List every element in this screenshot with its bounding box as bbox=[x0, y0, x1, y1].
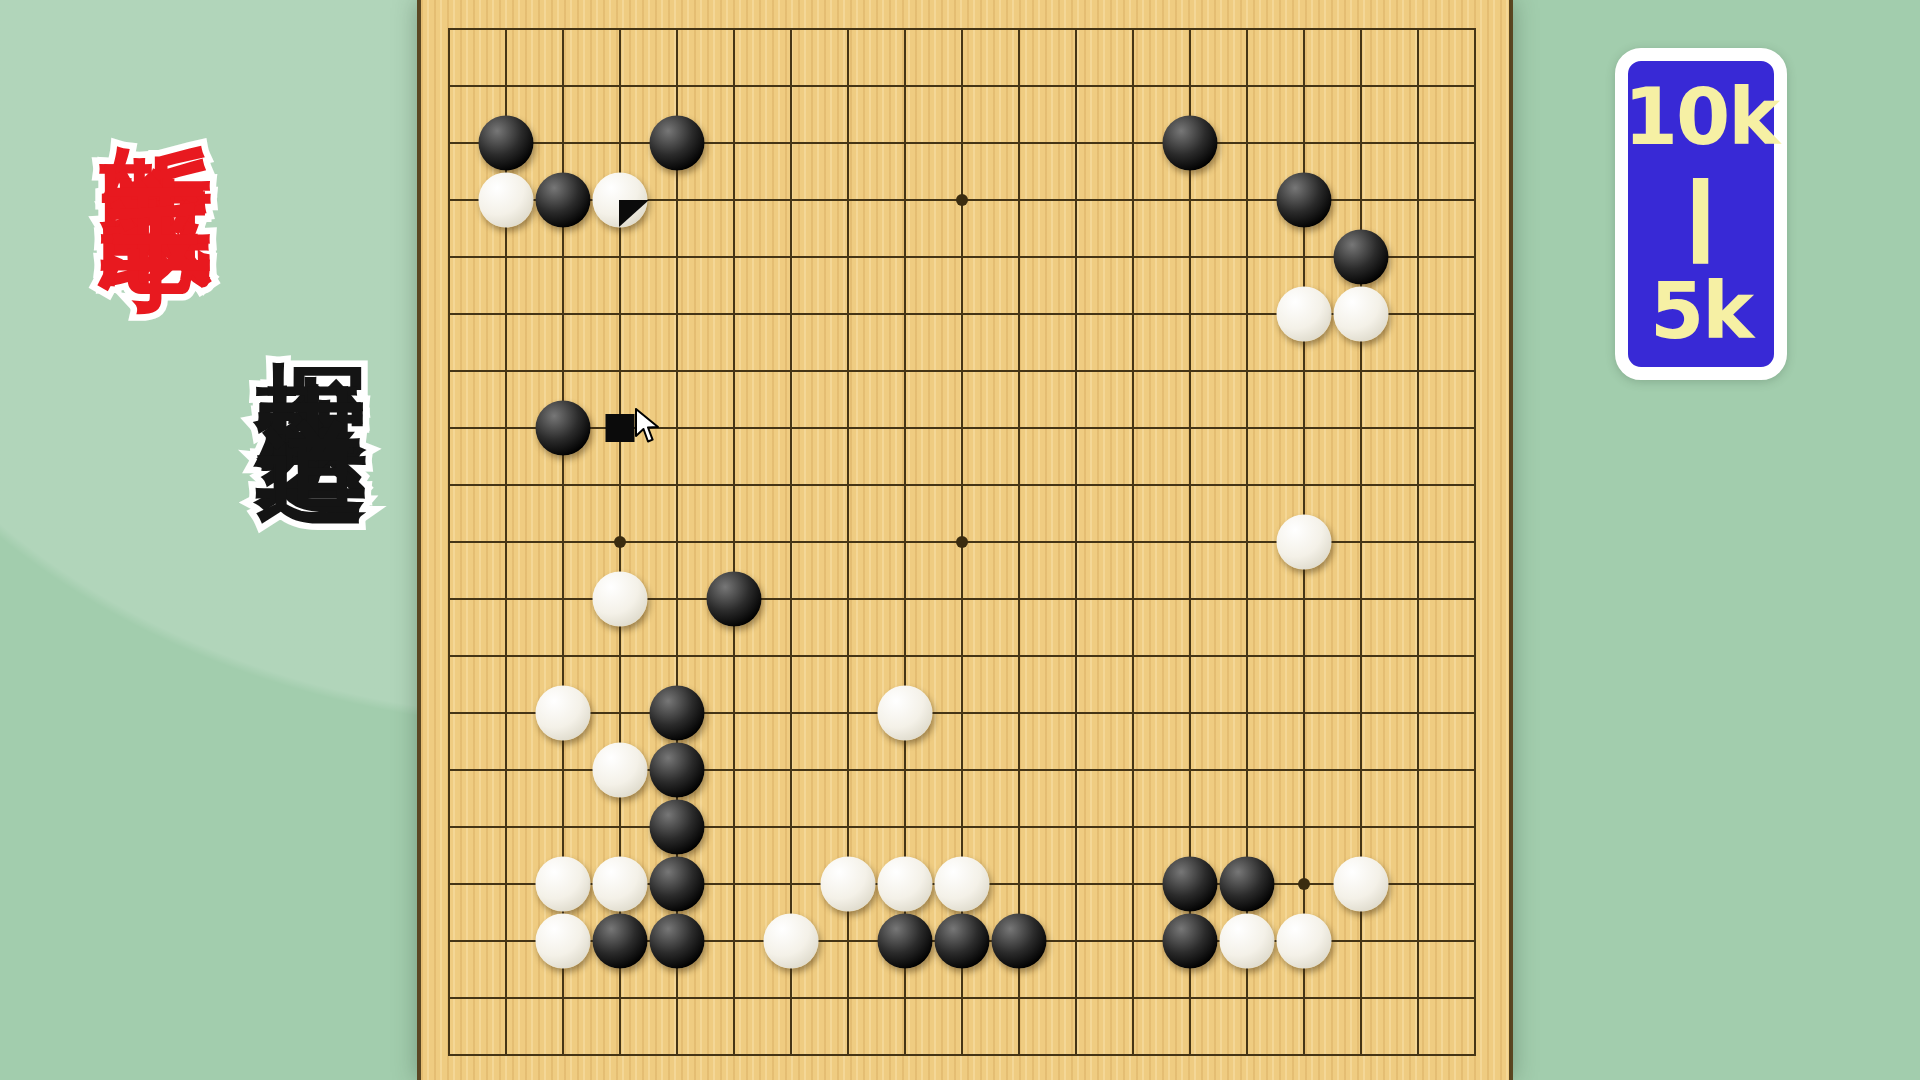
black-stone[interactable]: ● bbox=[935, 914, 990, 969]
star-point bbox=[956, 194, 968, 206]
black-stone[interactable]: ● bbox=[650, 686, 705, 741]
left-banner-text: 斩断实战恶手 bbox=[88, 54, 228, 120]
black-stone[interactable]: ● bbox=[1163, 116, 1218, 171]
white-stone[interactable]: ○ bbox=[536, 686, 591, 741]
black-stone[interactable]: ● bbox=[1163, 914, 1218, 969]
black-stone[interactable]: ● bbox=[536, 173, 591, 228]
white-stone[interactable]: ○ bbox=[593, 743, 648, 798]
star-point bbox=[614, 536, 626, 548]
rank-badge-top: 10k bbox=[1624, 78, 1778, 156]
black-stone[interactable]: ● bbox=[878, 914, 933, 969]
black-stone[interactable]: ● bbox=[707, 572, 762, 627]
white-stone[interactable]: ○ bbox=[1277, 287, 1332, 342]
black-stone[interactable]: ● bbox=[1163, 857, 1218, 912]
video-frame: 斩断实战恶手 探索棋之正道 ●●●○●○●●○○●○○●○●○○●●○○●○○○… bbox=[0, 0, 1920, 1080]
black-stone[interactable]: ● bbox=[1220, 857, 1275, 912]
rank-badge-bottom: 5k bbox=[1650, 272, 1752, 350]
black-stone[interactable]: ● bbox=[650, 857, 705, 912]
white-stone[interactable]: ○ bbox=[1277, 515, 1332, 570]
white-stone[interactable]: ○ bbox=[593, 857, 648, 912]
black-stone[interactable]: ● bbox=[650, 116, 705, 171]
white-stone[interactable]: ○ bbox=[1334, 287, 1389, 342]
black-stone[interactable]: ● bbox=[650, 743, 705, 798]
white-stone[interactable]: ○ bbox=[764, 914, 819, 969]
white-stone[interactable]: ○ bbox=[1220, 914, 1275, 969]
rank-badge: 10k | 5k bbox=[1615, 48, 1787, 380]
white-stone[interactable]: ○ bbox=[1334, 857, 1389, 912]
white-stone[interactable]: ○ bbox=[935, 857, 990, 912]
rank-badge-divider: | bbox=[1676, 173, 1726, 255]
black-stone[interactable]: ● bbox=[1334, 230, 1389, 285]
black-stone[interactable]: ● bbox=[479, 116, 534, 171]
right-banner-text: 探索棋之正道 bbox=[243, 272, 383, 338]
black-stone[interactable]: ● bbox=[1277, 173, 1332, 228]
black-stone[interactable]: ● bbox=[650, 800, 705, 855]
white-stone[interactable]: ○ bbox=[536, 857, 591, 912]
star-point bbox=[956, 536, 968, 548]
white-stone[interactable]: ○ bbox=[1277, 914, 1332, 969]
white-stone[interactable]: ○ bbox=[878, 857, 933, 912]
star-point bbox=[1298, 878, 1310, 890]
black-stone[interactable]: ● bbox=[593, 914, 648, 969]
mouse-cursor-icon bbox=[634, 408, 660, 446]
white-stone[interactable]: ○ bbox=[536, 914, 591, 969]
white-stone[interactable]: ○ bbox=[878, 686, 933, 741]
black-stone[interactable]: ● bbox=[650, 914, 705, 969]
black-stone[interactable]: ● bbox=[536, 401, 591, 456]
white-stone[interactable]: ○ bbox=[479, 173, 534, 228]
black-stone[interactable]: ● bbox=[992, 914, 1047, 969]
square-marker bbox=[606, 414, 635, 442]
white-stone[interactable]: ○ bbox=[593, 572, 648, 627]
white-stone[interactable]: ○ bbox=[821, 857, 876, 912]
